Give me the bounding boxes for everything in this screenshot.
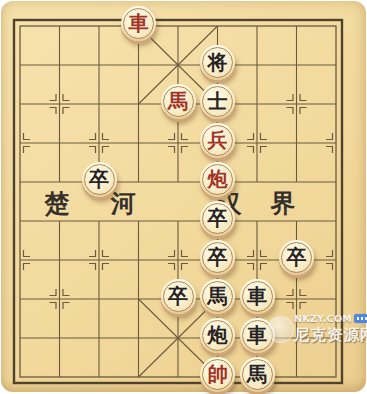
piece-black-soldier[interactable]: 卒: [198, 202, 238, 241]
watermark-site-url: NKZY.COM: [294, 313, 352, 324]
xiangqi-screenshot: 楚 河 汉 界 車将馬士兵卒炮卒卒卒卒馬車炮車帥馬 NKZY.COM 尼克资源网: [0, 0, 367, 394]
watermark: NKZY.COM 尼克资源网: [267, 312, 365, 346]
piece-red-chariot[interactable]: 車: [119, 7, 159, 46]
piece-black-soldier[interactable]: 卒: [277, 241, 317, 280]
watermark-logo-icon: [267, 316, 294, 343]
piece-black-soldier[interactable]: 卒: [79, 163, 119, 202]
piece-black-advisor[interactable]: 士: [198, 85, 238, 124]
piece-red-horse[interactable]: 馬: [158, 85, 198, 124]
watermark-site-name: 尼克资源网: [294, 325, 365, 346]
piece-black-cannon[interactable]: 炮: [198, 319, 238, 358]
piece-black-general[interactable]: 将: [198, 46, 238, 85]
piece-red-general[interactable]: 帥: [198, 358, 238, 394]
piece-black-horse[interactable]: 馬: [237, 358, 277, 394]
piece-red-cannon[interactable]: 炮: [198, 163, 238, 202]
piece-black-horse[interactable]: 馬: [198, 280, 238, 319]
watermark-badge: [354, 314, 367, 323]
piece-black-soldier[interactable]: 卒: [158, 280, 198, 319]
piece-red-soldier[interactable]: 兵: [198, 124, 238, 163]
piece-black-soldier[interactable]: 卒: [198, 241, 238, 280]
